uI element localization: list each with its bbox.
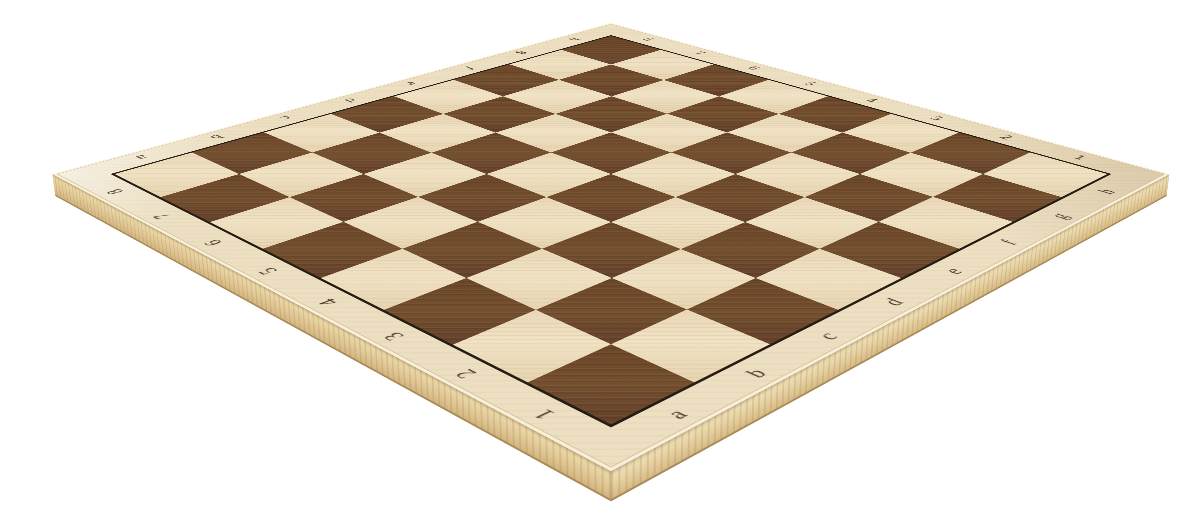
square-a7	[160, 174, 289, 222]
square-c3	[541, 222, 680, 278]
square-e3	[675, 174, 804, 222]
square-b5	[343, 197, 477, 249]
square-d2	[681, 222, 820, 278]
square-g1	[933, 174, 1062, 222]
square-c1	[687, 278, 839, 344]
square-c5	[418, 174, 547, 222]
square-b6	[289, 174, 418, 222]
board-viewport: aabbccddeeffgghh1122334455667788	[0, 0, 1200, 532]
square-a5	[263, 222, 402, 278]
square-b2	[535, 278, 687, 344]
square-a4	[321, 249, 466, 310]
square-a6	[210, 197, 344, 249]
square-c4	[477, 197, 611, 249]
square-d1	[756, 249, 901, 310]
square-d3	[611, 197, 745, 249]
square-c2	[611, 249, 756, 310]
playing-area	[110, 35, 1111, 427]
square-d4	[547, 174, 676, 222]
product-photo-background: aabbccddeeffgghh1122334455667788	[0, 0, 1200, 532]
square-b3	[466, 249, 611, 310]
board-top-face: aabbccddeeffgghh1122334455667788	[52, 23, 1169, 471]
square-e2	[745, 197, 879, 249]
square-a2	[452, 310, 611, 383]
square-a3	[384, 278, 536, 344]
square-a1	[528, 344, 694, 424]
square-f2	[804, 174, 933, 222]
square-e1	[820, 222, 959, 278]
chess-board: aabbccddeeffgghh1122334455667788	[52, 23, 1169, 471]
square-f1	[879, 197, 1013, 249]
square-b4	[402, 222, 541, 278]
squares-grid	[115, 36, 1108, 424]
square-b1	[611, 310, 770, 383]
